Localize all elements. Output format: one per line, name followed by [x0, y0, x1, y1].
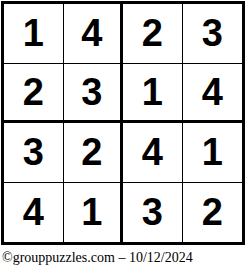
cell-r3c3: 4 [123, 123, 183, 183]
cell-r2c2: 3 [64, 64, 124, 124]
cell-r2c3: 1 [123, 64, 183, 124]
cell-r1c3: 2 [123, 4, 183, 64]
cell-r3c4: 1 [183, 123, 243, 183]
copyright-credit: ©grouppuzzles.com – 10/12/2024 [2, 249, 193, 266]
cell-r4c3: 3 [123, 183, 183, 243]
cell-r1c4: 3 [183, 4, 243, 64]
cell-r1c1: 1 [4, 4, 64, 64]
cell-r3c1: 3 [4, 123, 64, 183]
cell-r4c4: 2 [183, 183, 243, 243]
cell-r2c4: 4 [183, 64, 243, 124]
cell-r3c2: 2 [64, 123, 124, 183]
cell-r1c2: 4 [64, 4, 124, 64]
cell-r2c1: 2 [4, 64, 64, 124]
cell-r4c2: 1 [64, 183, 124, 243]
sudoku-board: 1 4 2 3 2 3 1 4 3 2 4 1 4 1 3 2 [1, 1, 245, 245]
cell-r4c1: 4 [4, 183, 64, 243]
